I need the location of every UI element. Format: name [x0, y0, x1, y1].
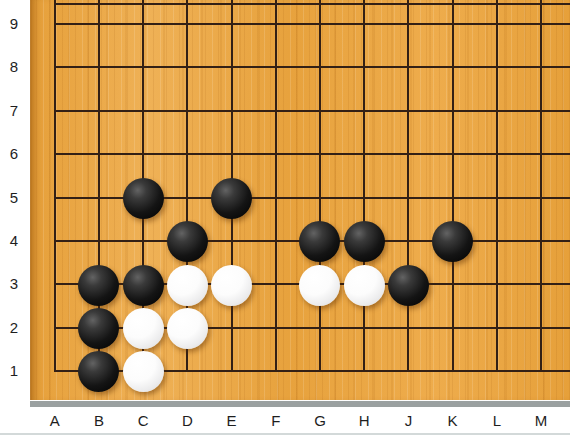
row-label: 7	[0, 101, 28, 121]
column-label: D	[173, 408, 201, 433]
row-label: 1	[0, 361, 28, 381]
stone-black-c3	[123, 265, 164, 306]
column-label: C	[129, 408, 157, 433]
stone-black-e5	[211, 178, 252, 219]
column-label: L	[483, 408, 511, 433]
row-label: 2	[0, 318, 28, 338]
stone-black-k4	[432, 221, 473, 262]
stone-black-g4	[299, 221, 340, 262]
stone-black-b2	[78, 308, 119, 349]
column-label: G	[306, 408, 334, 433]
board-intersections	[33, 2, 563, 392]
go-diagram: 987654321 ABCDEFGHJKLM	[0, 0, 570, 440]
stone-white-c2	[123, 308, 164, 349]
row-label: 4	[0, 231, 28, 251]
stone-white-h3	[344, 265, 385, 306]
column-label: K	[439, 408, 467, 433]
column-label: F	[262, 408, 290, 433]
stone-white-d3	[167, 265, 208, 306]
go-board[interactable]	[30, 0, 570, 400]
row-label: 8	[0, 57, 28, 77]
bottom-divider	[0, 433, 570, 435]
stone-white-e3	[211, 265, 252, 306]
stone-white-d2	[167, 308, 208, 349]
stone-white-g3	[299, 265, 340, 306]
board-shadow	[30, 401, 570, 407]
row-label: 9	[0, 14, 28, 34]
stone-black-d4	[167, 221, 208, 262]
column-label: J	[394, 408, 422, 433]
column-label: E	[218, 408, 246, 433]
column-label: B	[85, 408, 113, 433]
stone-black-j3	[388, 265, 429, 306]
stone-black-h4	[344, 221, 385, 262]
row-label: 6	[0, 144, 28, 164]
row-label: 5	[0, 188, 28, 208]
stone-white-c1	[123, 351, 164, 392]
column-label: A	[41, 408, 69, 433]
stone-black-b3	[78, 265, 119, 306]
row-label: 3	[0, 274, 28, 294]
column-label: M	[527, 408, 555, 433]
stone-black-b1	[78, 351, 119, 392]
stone-black-c5	[123, 178, 164, 219]
column-label: H	[350, 408, 378, 433]
